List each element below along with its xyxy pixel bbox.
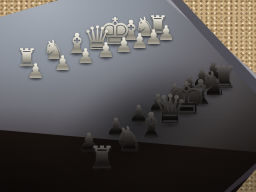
- chess-photo-scene: ♜♞♝♛♚♝♞♜♟♟♟♟♟♟♟♟♟♟♟♟♟♟♟♟♜♞♝♛♚♝♞♜: [0, 0, 256, 192]
